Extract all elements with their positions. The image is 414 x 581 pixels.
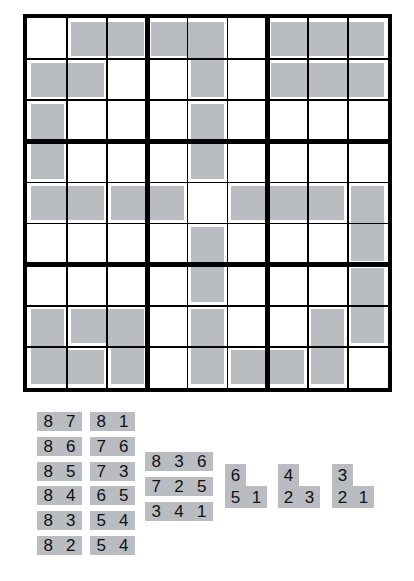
grid-cell[interactable] bbox=[147, 182, 187, 223]
grid-cell[interactable] bbox=[348, 59, 388, 100]
piece-digit: 8 bbox=[145, 453, 168, 470]
grid-cell[interactable] bbox=[187, 59, 227, 100]
grid-cell[interactable] bbox=[107, 265, 147, 306]
grid-cell[interactable] bbox=[268, 100, 308, 141]
grid-cell[interactable] bbox=[67, 182, 107, 223]
grid-cell[interactable] bbox=[228, 347, 268, 388]
piece-digit: 8 bbox=[37, 463, 60, 480]
grid-cell[interactable] bbox=[27, 265, 67, 306]
grid-cell[interactable] bbox=[268, 347, 308, 388]
piece-digit: 3 bbox=[332, 464, 353, 486]
grid-cell[interactable] bbox=[107, 306, 147, 347]
piece-digit: 7 bbox=[60, 413, 83, 430]
grid-cell[interactable] bbox=[27, 100, 67, 141]
grid-cell[interactable] bbox=[27, 182, 67, 223]
piece-digit: 3 bbox=[145, 503, 168, 520]
grid-cell[interactable] bbox=[228, 265, 268, 306]
piece-digit: 2 bbox=[332, 486, 353, 508]
piece-digit: 2 bbox=[168, 478, 191, 495]
piece-digit: 3 bbox=[299, 486, 320, 508]
piece-digit: 8 bbox=[37, 438, 60, 455]
grid-cell[interactable] bbox=[27, 224, 67, 265]
grid-cell[interactable] bbox=[187, 347, 227, 388]
grid-cell[interactable] bbox=[147, 59, 187, 100]
grid-cell[interactable] bbox=[348, 182, 388, 223]
grid-cells-layer bbox=[27, 18, 388, 388]
puzzle-board bbox=[23, 14, 392, 392]
grid-cell[interactable] bbox=[268, 306, 308, 347]
grid-cell[interactable] bbox=[27, 141, 67, 182]
piece-digit: 8 bbox=[37, 512, 60, 529]
grid-cell[interactable] bbox=[67, 306, 107, 347]
grid-cell[interactable] bbox=[308, 182, 348, 223]
tray-piece-domino[interactable]: 54 bbox=[90, 536, 135, 555]
piece-digit: 1 bbox=[190, 503, 213, 520]
piece-digit: 3 bbox=[60, 512, 83, 529]
tray-piece-domino[interactable]: 65 bbox=[90, 486, 135, 505]
grid-cell[interactable] bbox=[107, 182, 147, 223]
piece-digit: 5 bbox=[225, 486, 246, 508]
grid-cell[interactable] bbox=[268, 224, 308, 265]
piece-digit: 1 bbox=[246, 486, 267, 508]
piece-digit: 8 bbox=[90, 413, 113, 430]
grid-cell[interactable] bbox=[147, 141, 187, 182]
piece-digit: 7 bbox=[90, 438, 113, 455]
piece-digit: 5 bbox=[90, 512, 113, 529]
grid-cell[interactable] bbox=[107, 100, 147, 141]
grid-cell[interactable] bbox=[348, 224, 388, 265]
grid-cell[interactable] bbox=[228, 224, 268, 265]
grid-cell[interactable] bbox=[348, 265, 388, 306]
grid-cell[interactable] bbox=[147, 100, 187, 141]
grid-cell[interactable] bbox=[67, 100, 107, 141]
grid-cell[interactable] bbox=[147, 347, 187, 388]
tray-piece-triomino[interactable]: 836 bbox=[145, 452, 213, 471]
piece-digit: 2 bbox=[278, 486, 299, 508]
grid-cell[interactable] bbox=[228, 141, 268, 182]
grid-cell[interactable] bbox=[107, 18, 147, 59]
tray-piece-domino[interactable]: 87 bbox=[37, 412, 82, 431]
puzzle-page: 8786858483828176736554548367253416514233… bbox=[0, 0, 414, 581]
piece-digit: 6 bbox=[225, 464, 246, 486]
grid-cell[interactable] bbox=[27, 306, 67, 347]
grid-cell[interactable] bbox=[67, 347, 107, 388]
grid-cell[interactable] bbox=[268, 59, 308, 100]
piece-digit: 8 bbox=[37, 487, 60, 504]
grid-cell[interactable] bbox=[107, 347, 147, 388]
tray-piece-domino[interactable]: 76 bbox=[90, 437, 135, 456]
grid-cell[interactable] bbox=[308, 141, 348, 182]
tray-piece-domino[interactable]: 86 bbox=[37, 437, 82, 456]
piece-digit: 6 bbox=[60, 438, 83, 455]
piece-digit: 2 bbox=[60, 537, 83, 554]
grid-cell[interactable] bbox=[147, 265, 187, 306]
piece-digit: 6 bbox=[190, 453, 213, 470]
piece-digit: 6 bbox=[90, 487, 113, 504]
grid-cell[interactable] bbox=[147, 18, 187, 59]
tray-piece-domino[interactable]: 84 bbox=[37, 486, 82, 505]
piece-digit: 6 bbox=[113, 438, 136, 455]
grid-cell[interactable] bbox=[187, 224, 227, 265]
piece-digit: 1 bbox=[113, 413, 136, 430]
piece-digit: 7 bbox=[145, 478, 168, 495]
piece-digit: 5 bbox=[190, 478, 213, 495]
grid-cell[interactable] bbox=[348, 100, 388, 141]
grid-cell[interactable] bbox=[27, 347, 67, 388]
grid-cell[interactable] bbox=[67, 224, 107, 265]
tray-piece-domino[interactable]: 82 bbox=[37, 536, 82, 555]
grid-cell[interactable] bbox=[228, 18, 268, 59]
piece-digit: 5 bbox=[113, 487, 136, 504]
grid-cell[interactable] bbox=[147, 224, 187, 265]
tray-piece-domino[interactable]: 83 bbox=[37, 511, 82, 530]
tray-piece-domino[interactable]: 54 bbox=[90, 511, 135, 530]
piece-digit: 5 bbox=[60, 463, 83, 480]
grid-cell[interactable] bbox=[268, 18, 308, 59]
grid-cell[interactable] bbox=[67, 265, 107, 306]
grid-cell[interactable] bbox=[228, 100, 268, 141]
tray-piece-l-triomino[interactable]: 651 bbox=[225, 464, 267, 508]
piece-digit: 4 bbox=[278, 464, 299, 486]
grid-cell[interactable] bbox=[308, 59, 348, 100]
piece-digit: 3 bbox=[113, 463, 136, 480]
tray-piece-domino[interactable]: 81 bbox=[90, 412, 135, 431]
grid-cell[interactable] bbox=[348, 18, 388, 59]
piece-digit: 4 bbox=[60, 487, 83, 504]
piece-digit: 1 bbox=[353, 486, 374, 508]
grid-cell[interactable] bbox=[187, 306, 227, 347]
piece-digit: 5 bbox=[90, 537, 113, 554]
piece-digit: 4 bbox=[113, 537, 136, 554]
grid-cell[interactable] bbox=[348, 347, 388, 388]
tray-piece-l-triomino[interactable]: 423 bbox=[278, 464, 320, 508]
piece-digit: 3 bbox=[168, 453, 191, 470]
piece-digit: 8 bbox=[37, 537, 60, 554]
grid-cell[interactable] bbox=[228, 182, 268, 223]
grid-cell[interactable] bbox=[228, 59, 268, 100]
grid-cell[interactable] bbox=[308, 306, 348, 347]
grid-cell[interactable] bbox=[107, 59, 147, 100]
grid-cell[interactable] bbox=[308, 100, 348, 141]
piece-digit: 4 bbox=[168, 503, 191, 520]
tray-piece-triomino[interactable]: 341 bbox=[145, 502, 213, 521]
grid-cell[interactable] bbox=[187, 182, 227, 223]
grid-cell[interactable] bbox=[67, 18, 107, 59]
grid-cell[interactable] bbox=[27, 59, 67, 100]
grid-cell[interactable] bbox=[308, 18, 348, 59]
tray-piece-triomino[interactable]: 725 bbox=[145, 477, 213, 496]
grid-cell[interactable] bbox=[187, 265, 227, 306]
grid-cell[interactable] bbox=[107, 224, 147, 265]
grid-cell[interactable] bbox=[348, 141, 388, 182]
grid-cell[interactable] bbox=[308, 224, 348, 265]
grid-cell[interactable] bbox=[67, 59, 107, 100]
piece-digit: 8 bbox=[37, 413, 60, 430]
grid-cell[interactable] bbox=[308, 265, 348, 306]
grid-cell[interactable] bbox=[107, 141, 147, 182]
tray-piece-domino[interactable]: 73 bbox=[90, 462, 135, 481]
grid-cell[interactable] bbox=[268, 141, 308, 182]
grid-cell[interactable] bbox=[187, 141, 227, 182]
grid-cell[interactable] bbox=[268, 182, 308, 223]
grid-cell[interactable] bbox=[147, 306, 187, 347]
grid-cell[interactable] bbox=[187, 18, 227, 59]
piece-digit: 4 bbox=[113, 512, 136, 529]
grid-cell[interactable] bbox=[67, 141, 107, 182]
grid-cell[interactable] bbox=[268, 265, 308, 306]
grid-cell[interactable] bbox=[308, 347, 348, 388]
tray-piece-l-triomino[interactable]: 321 bbox=[332, 464, 374, 508]
grid-cell[interactable] bbox=[228, 306, 268, 347]
grid-cell[interactable] bbox=[27, 18, 67, 59]
piece-digit: 7 bbox=[90, 463, 113, 480]
grid-cell[interactable] bbox=[187, 100, 227, 141]
grid-cell[interactable] bbox=[348, 306, 388, 347]
tray-piece-domino[interactable]: 85 bbox=[37, 462, 82, 481]
